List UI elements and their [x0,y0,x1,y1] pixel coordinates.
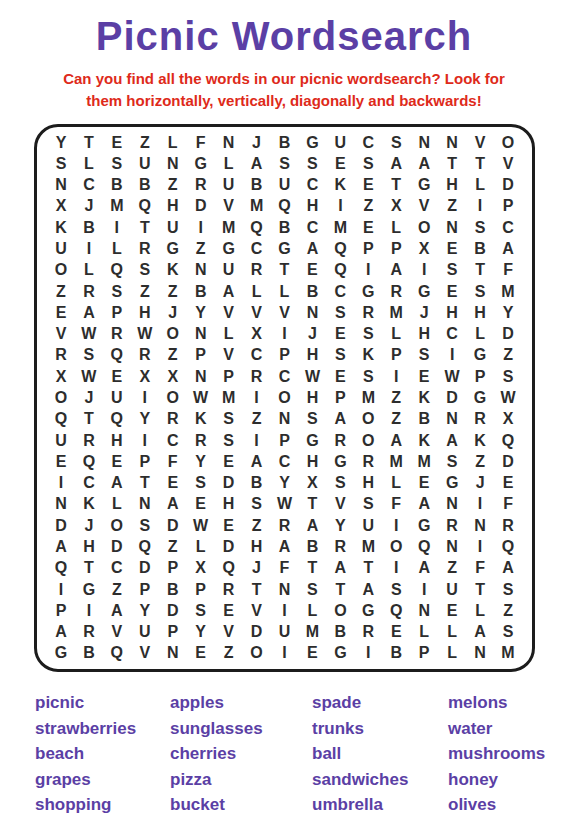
grid-cell-r10c4: W [131,324,159,345]
grid-cell-r18c1: N [47,494,75,515]
grid-cell-r7c10: E [298,260,326,281]
grid-cell-r9c2: A [75,302,103,323]
grid-cell-r4c17: P [494,196,522,217]
grid-cell-r20c7: D [215,536,243,557]
grid-cell-r25c10: E [298,643,326,664]
grid-cell-r9c8: V [243,302,271,323]
grid-cell-r3c9: U [271,175,299,196]
grid-cell-r23c9: I [271,600,299,621]
grid-cell-r20c6: L [187,536,215,557]
grid-cell-r11c11: S [326,345,354,366]
grid-cell-r5c7: M [215,217,243,238]
grid-cell-r14c5: R [159,409,187,430]
grid-cell-r24c16: A [466,621,494,642]
grid-cell-r9c10: N [298,302,326,323]
grid-cell-r1c17: O [494,132,522,153]
grid-cell-r13c8: I [243,387,271,408]
grid-cell-r19c13: I [382,515,410,536]
grid-cell-r20c4: Q [131,536,159,557]
grid-cell-r8c14: G [410,281,438,302]
grid-cell-r2c8: A [243,153,271,174]
grid-cell-r14c4: Y [131,409,159,430]
grid-cell-r17c6: S [187,472,215,493]
word-list-item: strawberries [35,716,170,742]
grid-cell-r6c16: B [466,238,494,259]
grid-cell-r2c16: T [466,153,494,174]
grid-cell-r5c11: M [326,217,354,238]
grid-cell-r4c4: Q [131,196,159,217]
word-list-item: bucket [170,792,312,818]
grid-cell-r9c13: M [382,302,410,323]
grid-cell-r5c6: I [187,217,215,238]
grid-cell-r12c14: E [410,366,438,387]
grid-cell-r6c5: G [159,238,187,259]
grid-cell-r19c6: W [187,515,215,536]
word-list-item: grapes [35,767,170,793]
grid-cell-r16c16: Z [466,451,494,472]
grid-cell-r23c5: D [159,600,187,621]
grid-cell-r8c3: S [103,281,131,302]
grid-cell-r13c17: W [494,387,522,408]
grid-cell-r17c3: A [103,472,131,493]
grid-cell-r3c4: B [131,175,159,196]
grid-cell-r12c16: P [466,366,494,387]
grid-cell-r6c1: U [47,238,75,259]
grid-cell-r24c1: A [47,621,75,642]
grid-cell-r19c11: Y [326,515,354,536]
grid-cell-r3c11: K [326,175,354,196]
grid-cell-r8c9: L [271,281,299,302]
wordsearch-grid: YTEZLFNJBGUCSNNVOSLSUNGLASSESAATTVNCBBZR… [34,124,535,672]
grid-cell-r9c12: R [354,302,382,323]
grid-cell-r10c16: L [466,324,494,345]
grid-cell-r22c12: A [354,579,382,600]
grid-cell-r8c1: Z [47,281,75,302]
grid-cell-r23c8: V [243,600,271,621]
grid-cell-r16c5: F [159,451,187,472]
grid-cell-r8c10: B [298,281,326,302]
grid-cell-r21c14: A [410,558,438,579]
word-list-item: olives [448,792,545,818]
grid-cell-r17c9: Y [271,472,299,493]
grid-cell-r12c12: S [354,366,382,387]
grid-cell-r8c17: M [494,281,522,302]
grid-cell-r5c10: C [298,217,326,238]
grid-cell-r9c14: J [410,302,438,323]
grid-cell-r10c10: J [298,324,326,345]
grid-cell-r13c4: I [131,387,159,408]
grid-cell-r1c2: T [75,132,103,153]
grid-cell-r3c13: T [382,175,410,196]
grid-cell-r13c10: H [298,387,326,408]
grid-cell-r4c16: I [466,196,494,217]
grid-cell-r11c12: K [354,345,382,366]
grid-cell-r25c11: G [326,643,354,664]
grid-cell-r4c10: H [298,196,326,217]
grid-cell-r10c12: S [354,324,382,345]
grid-cell-r7c8: R [243,260,271,281]
grid-cell-r1c8: J [243,132,271,153]
grid-cell-r14c15: N [438,409,466,430]
grid-cell-r21c4: D [131,558,159,579]
grid-cell-r16c7: E [215,451,243,472]
grid-cell-r24c11: B [326,621,354,642]
grid-cell-r3c6: R [187,175,215,196]
grid-cell-r13c14: K [410,387,438,408]
grid-cell-r1c10: G [298,132,326,153]
grid-cell-r5c8: Q [243,217,271,238]
grid-cell-r18c2: K [75,494,103,515]
grid-cell-r10c3: R [103,324,131,345]
grid-cell-r22c10: S [298,579,326,600]
grid-cell-r10c13: L [382,324,410,345]
grid-cell-r16c4: P [131,451,159,472]
grid-cell-r22c13: S [382,579,410,600]
grid-cell-r22c17: S [494,579,522,600]
grid-cell-r21c3: C [103,558,131,579]
grid-cell-r2c7: L [215,153,243,174]
grid-cell-r1c7: N [215,132,243,153]
grid-cell-r13c12: M [354,387,382,408]
grid-cell-r1c13: S [382,132,410,153]
word-list-item: picnic [35,690,170,716]
grid-cell-r7c9: T [271,260,299,281]
grid-cell-r14c7: S [215,409,243,430]
grid-cell-r3c5: Z [159,175,187,196]
grid-cell-r18c17: F [494,494,522,515]
grid-cell-r24c13: E [382,621,410,642]
grid-cell-r8c15: E [438,281,466,302]
grid-cell-r13c6: W [187,387,215,408]
grid-cell-r18c9: W [271,494,299,515]
grid-cell-r24c7: V [215,621,243,642]
grid-cell-r11c17: Z [494,345,522,366]
word-list-item: ball [312,741,448,767]
grid-cell-r4c3: M [103,196,131,217]
grid-cell-r7c6: N [187,260,215,281]
grid-cell-r20c9: A [271,536,299,557]
grid-cell-r8c5: Z [159,281,187,302]
grid-cell-r13c7: M [215,387,243,408]
grid-cell-r17c15: G [438,472,466,493]
grid-cell-r14c9: N [271,409,299,430]
grid-cell-r4c7: V [215,196,243,217]
grid-cell-r2c11: E [326,153,354,174]
grid-cell-r25c13: B [382,643,410,664]
grid-cell-r10c6: N [187,324,215,345]
grid-cell-r5c12: E [354,217,382,238]
grid-cell-r6c10: A [298,238,326,259]
grid-cell-r1c11: U [326,132,354,153]
grid-cell-r10c11: E [326,324,354,345]
grid-cell-r19c5: D [159,515,187,536]
grid-cell-r15c10: G [298,430,326,451]
grid-cell-r11c16: G [466,345,494,366]
grid-cell-r19c10: A [298,515,326,536]
grid-cell-r20c1: A [47,536,75,557]
grid-cell-r5c3: I [103,217,131,238]
grid-cell-r24c12: R [354,621,382,642]
grid-cell-r9c3: P [103,302,131,323]
grid-cell-r5c4: T [131,217,159,238]
grid-cell-r16c6: Y [187,451,215,472]
grid-cell-r17c10: X [298,472,326,493]
grid-cell-r15c1: U [47,430,75,451]
grid-cell-r25c12: I [354,643,382,664]
grid-cell-r20c5: Z [159,536,187,557]
grid-cell-r15c7: S [215,430,243,451]
grid-cell-r17c13: L [382,472,410,493]
grid-cell-r19c9: R [271,515,299,536]
grid-cell-r20c14: Q [410,536,438,557]
grid-cell-r17c12: H [354,472,382,493]
grid-cell-r3c7: U [215,175,243,196]
grid-cell-r11c2: S [75,345,103,366]
word-list-item: spade [312,690,448,716]
grid-cell-r6c8: C [243,238,271,259]
grid-cell-r12c8: R [243,366,271,387]
grid-cell-r7c12: I [354,260,382,281]
grid-cell-r24c8: D [243,621,271,642]
grid-cell-r17c16: J [466,472,494,493]
grid-cell-r24c6: Y [187,621,215,642]
grid-cell-r25c17: M [494,643,522,664]
grid-cell-r9c6: Y [187,302,215,323]
grid-cell-r15c17: Q [494,430,522,451]
grid-cell-r25c5: N [159,643,187,664]
grid-cell-r8c4: Z [131,281,159,302]
grid-cell-r20c13: O [382,536,410,557]
grid-cell-r18c6: E [187,494,215,515]
grid-cell-r21c16: F [466,558,494,579]
grid-cell-r4c1: X [47,196,75,217]
grid-cell-r7c11: Q [326,260,354,281]
grid-cell-r18c15: N [438,494,466,515]
grid-cell-r10c8: X [243,324,271,345]
grid-cell-r23c3: A [103,600,131,621]
grid-cell-r22c6: P [187,579,215,600]
page: Picnic Wordsearch Can you find all the w… [0,0,568,830]
grid-cell-r3c16: L [466,175,494,196]
grid-cell-r2c6: G [187,153,215,174]
grid-cell-r12c13: I [382,366,410,387]
grid-cell-r3c17: D [494,175,522,196]
grid-cell-r17c8: B [243,472,271,493]
grid-cell-r16c15: S [438,451,466,472]
grid-cell-r2c17: V [494,153,522,174]
word-list-item: water [448,716,545,742]
grid-cell-r4c9: Q [271,196,299,217]
grid-cell-r7c16: T [466,260,494,281]
grid-cell-r8c12: G [354,281,382,302]
page-title: Picnic Wordsearch [0,14,568,59]
grid-cell-r15c4: I [131,430,159,451]
grid-cell-r12c17: S [494,366,522,387]
grid-cell-r3c12: E [354,175,382,196]
word-list-item: honey [448,767,545,793]
grid-cell-r5c17: C [494,217,522,238]
subtitle-line-2: them horizontally, vertically, diagonall… [0,90,568,112]
grid-cell-r19c3: O [103,515,131,536]
grid-cell-r22c5: B [159,579,187,600]
grid-cell-r22c2: G [75,579,103,600]
grid-cell-r11c15: I [438,345,466,366]
word-list-item: shopping [35,792,170,818]
grid-cell-r3c14: G [410,175,438,196]
grid-cell-r7c5: K [159,260,187,281]
grid-cell-r12c6: N [187,366,215,387]
grid-cell-r2c9: S [271,153,299,174]
grid-cell-r1c5: L [159,132,187,153]
grid-cell-r12c2: W [75,366,103,387]
grid-cell-r22c7: R [215,579,243,600]
grid-cell-r1c16: V [466,132,494,153]
grid-cell-r16c1: E [47,451,75,472]
grid-cell-r24c10: M [298,621,326,642]
grid-cell-r5c1: K [47,217,75,238]
grid-cell-r12c5: X [159,366,187,387]
grid-cell-r1c9: B [271,132,299,153]
grid-cell-r3c8: B [243,175,271,196]
grid-cell-r23c1: P [47,600,75,621]
grid-cell-r12c7: P [215,366,243,387]
grid-cell-r14c1: Q [47,409,75,430]
grid-cell-r14c14: B [410,409,438,430]
grid-cell-r20c10: B [298,536,326,557]
grid-cell-r25c6: E [187,643,215,664]
grid-cell-r10c2: W [75,324,103,345]
grid-cell-r19c16: N [466,515,494,536]
grid-cell-r2c14: A [410,153,438,174]
grid-cell-r1c4: Z [131,132,159,153]
grid-cell-r6c2: I [75,238,103,259]
grid-cell-r15c15: A [438,430,466,451]
grid-cell-r7c2: L [75,260,103,281]
grid-cell-r3c10: C [298,175,326,196]
grid-cell-r13c9: O [271,387,299,408]
grid-cell-r20c17: Q [494,536,522,557]
grid-cell-r19c15: R [438,515,466,536]
grid-cell-r22c4: P [131,579,159,600]
grid-cell-r13c15: D [438,387,466,408]
grid-cell-r21c11: A [326,558,354,579]
grid-cell-r11c3: Q [103,345,131,366]
grid-cell-r6c12: P [354,238,382,259]
grid-cell-r12c9: C [271,366,299,387]
grid-cell-r16c10: H [298,451,326,472]
grid-cell-r24c14: L [410,621,438,642]
grid-cell-r10c5: O [159,324,187,345]
grid-cell-r17c2: C [75,472,103,493]
grid-cell-r17c1: I [47,472,75,493]
grid-cell-r9c9: V [271,302,299,323]
grid-cell-r22c8: T [243,579,271,600]
grid-cell-r17c4: T [131,472,159,493]
word-list-item: trunks [312,716,448,742]
grid-cell-r15c2: R [75,430,103,451]
grid-cell-r22c11: T [326,579,354,600]
grid-cell-r10c14: H [410,324,438,345]
grid-cell-r15c5: C [159,430,187,451]
grid-cell-r18c13: F [382,494,410,515]
grid-cell-r11c13: P [382,345,410,366]
grid-cell-r20c8: H [243,536,271,557]
grid-cell-r22c15: U [438,579,466,600]
grid-cell-r13c5: O [159,387,187,408]
grid-cell-r12c11: E [326,366,354,387]
grid-cell-r2c15: T [438,153,466,174]
grid-cell-r23c11: O [326,600,354,621]
grid-cell-r15c12: O [354,430,382,451]
grid-cell-r3c2: C [75,175,103,196]
grid-cell-r10c17: D [494,324,522,345]
grid-cell-r3c15: H [438,175,466,196]
grid-cell-r6c6: Z [187,238,215,259]
grid-cell-r21c17: A [494,558,522,579]
grid-cell-r4c14: V [410,196,438,217]
grid-cell-r4c11: I [326,196,354,217]
grid-cell-r23c13: Q [382,600,410,621]
grid-cell-r6c4: R [131,238,159,259]
grid-cell-r21c1: Q [47,558,75,579]
grid-cell-r22c14: I [410,579,438,600]
grid-cell-r1c1: Y [47,132,75,153]
grid-cell-r5c13: L [382,217,410,238]
grid-cell-r16c12: R [354,451,382,472]
grid-cell-r18c16: I [466,494,494,515]
grid-cell-r19c12: U [354,515,382,536]
grid-cell-r12c3: E [103,366,131,387]
grid-cell-r25c15: L [438,643,466,664]
grid-cell-r7c17: F [494,260,522,281]
grid-cell-r11c4: R [131,345,159,366]
grid-cell-r5c16: S [466,217,494,238]
grid-cell-r10c7: L [215,324,243,345]
grid-cell-r15c11: R [326,430,354,451]
grid-cell-r24c15: L [438,621,466,642]
grid-cell-r13c2: J [75,387,103,408]
grid-cell-r14c13: Z [382,409,410,430]
grid-cell-r25c8: O [243,643,271,664]
subtitle: Can you find all the words in our picnic… [0,68,568,112]
grid-cell-r7c13: A [382,260,410,281]
word-list-item: pizza [170,767,312,793]
grid-cell-r11c8: C [243,345,271,366]
grid-cell-r3c3: B [103,175,131,196]
grid-cell-r14c6: K [187,409,215,430]
grid-cell-r16c2: Q [75,451,103,472]
grid-cell-r18c12: S [354,494,382,515]
word-list-item: sandwiches [312,767,448,793]
grid-cell-r9c11: S [326,302,354,323]
grid-cell-r6c3: L [103,238,131,259]
grid-cell-r13c1: O [47,387,75,408]
grid-cell-r5c5: U [159,217,187,238]
grid-cell-r14c11: A [326,409,354,430]
grid-cell-r24c4: U [131,621,159,642]
grid-cell-r21c12: T [354,558,382,579]
grid-cell-r9c15: H [438,302,466,323]
subtitle-line-1: Can you find all the words in our picnic… [0,68,568,90]
word-list-item: mushrooms [448,741,545,767]
grid-cell-r3c1: N [47,175,75,196]
grid-cell-r17c7: D [215,472,243,493]
grid-cell-r4c15: Z [438,196,466,217]
grid-cell-r12c1: X [47,366,75,387]
grid-cell-r24c17: S [494,621,522,642]
grid-cell-r6c7: G [215,238,243,259]
grid-cell-r14c10: S [298,409,326,430]
